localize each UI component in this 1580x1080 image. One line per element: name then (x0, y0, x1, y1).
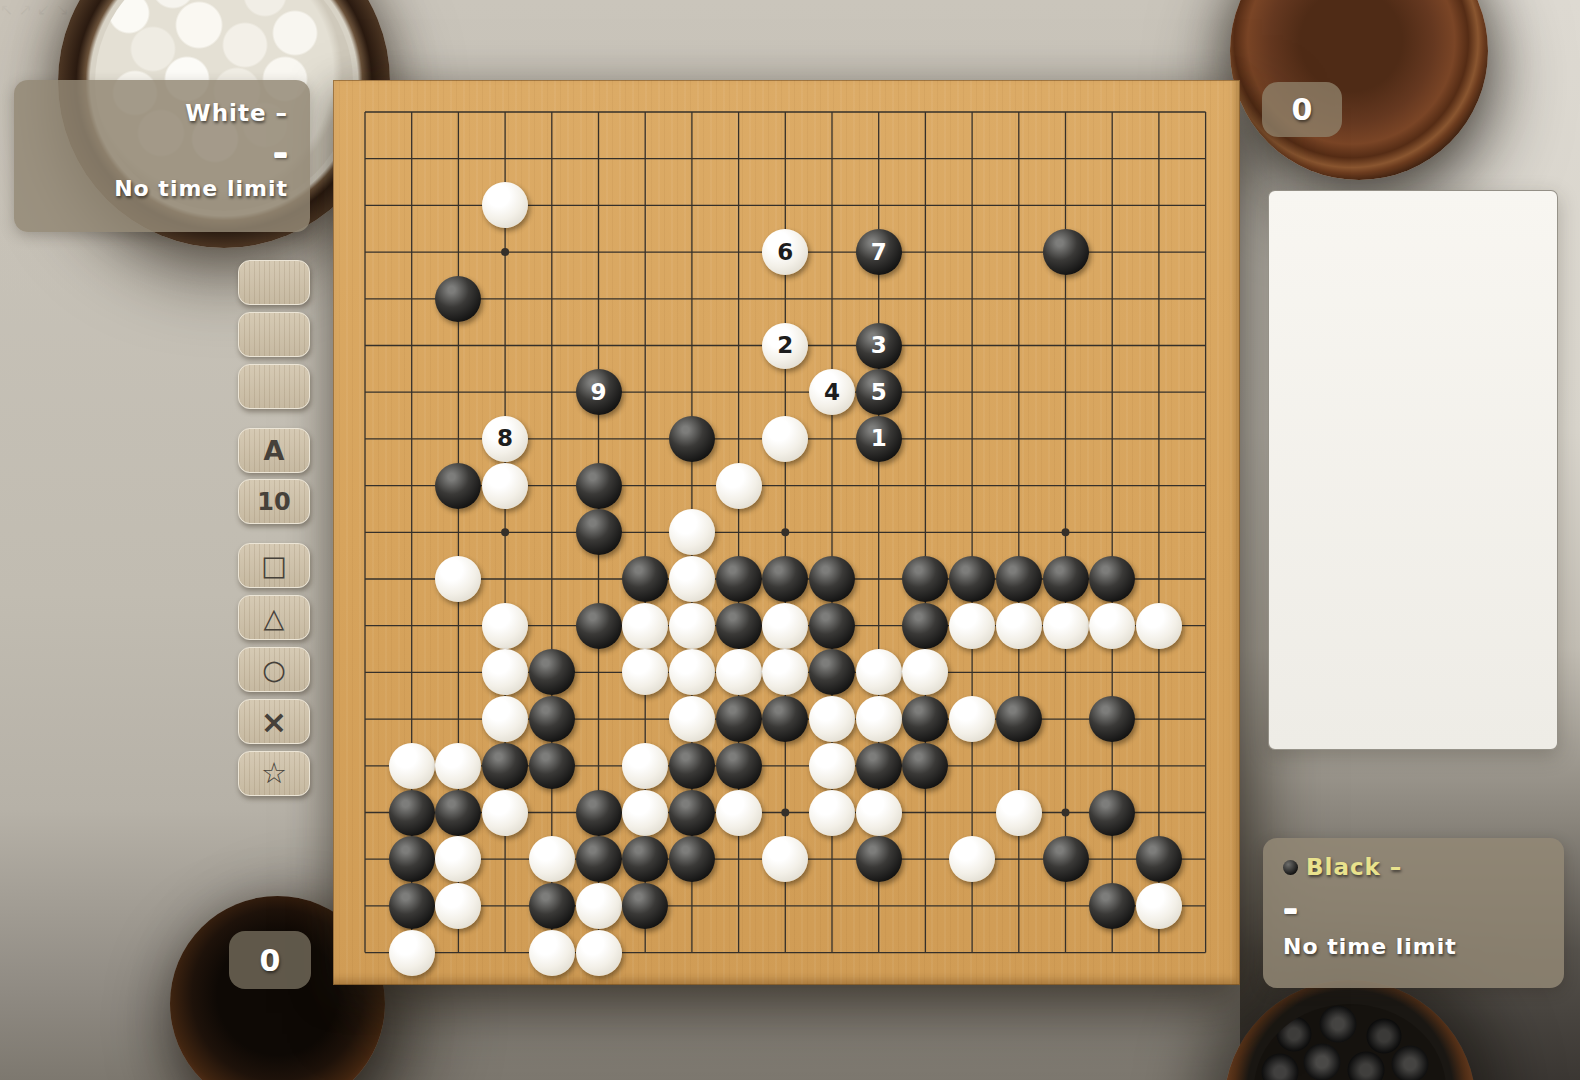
black-stone (716, 603, 762, 649)
white-stone (622, 603, 668, 649)
circle-icon: ○ (262, 656, 286, 683)
move-number-label: 5 (871, 381, 887, 404)
black-stone (856, 743, 902, 789)
white-stone (856, 696, 902, 742)
black-stone (1136, 836, 1182, 882)
white-stone (809, 696, 855, 742)
move-number-label: 6 (777, 241, 793, 264)
black-stone (1043, 556, 1089, 602)
black-stone (576, 790, 622, 836)
white-stone (949, 836, 995, 882)
white-stone (1089, 603, 1135, 649)
black-stone (482, 743, 528, 789)
black-stone (762, 556, 808, 602)
white-stone (576, 883, 622, 929)
label-tool-button[interactable]: A (238, 428, 310, 473)
move-number-label: 2 (777, 334, 793, 357)
circle-tool-button[interactable]: ○ (238, 647, 310, 692)
white-stone (996, 790, 1042, 836)
white-stone (996, 603, 1042, 649)
black-stone (669, 836, 715, 882)
black-stone (902, 743, 948, 789)
black-stone (856, 836, 902, 882)
black-stone (576, 509, 622, 555)
black-stone (1043, 836, 1089, 882)
black-stone (809, 603, 855, 649)
black-stone: 5 (856, 369, 902, 415)
black-stone (1043, 229, 1089, 275)
triangle-tool-button[interactable]: △ (238, 595, 310, 640)
black-stone (389, 790, 435, 836)
black-stone (435, 276, 481, 322)
white-player-name: White – (36, 100, 288, 126)
white-stone (949, 696, 995, 742)
white-stone (1136, 883, 1182, 929)
black-stone (1089, 790, 1135, 836)
black-stone (1089, 883, 1135, 929)
black-stone (622, 883, 668, 929)
white-stone (949, 603, 995, 649)
white-stone (856, 649, 902, 695)
white-stone (809, 790, 855, 836)
white-stone (762, 603, 808, 649)
black-player-name: Black – (1306, 854, 1402, 880)
white-stone (716, 790, 762, 836)
white-stone (716, 649, 762, 695)
black-time-limit: No time limit (1283, 934, 1544, 959)
black-stone (576, 836, 622, 882)
black-stone (529, 649, 575, 695)
black-stone (389, 883, 435, 929)
white-stone (669, 696, 715, 742)
play-stone-tool-button[interactable] (238, 260, 310, 305)
move-number-label: 4 (824, 381, 840, 404)
white-stone: 8 (482, 416, 528, 462)
black-stone (809, 556, 855, 602)
move-number-label: 7 (871, 241, 887, 264)
black-stone (996, 696, 1042, 742)
square-tool-button[interactable]: □ (238, 543, 310, 588)
white-stone (762, 416, 808, 462)
white-stone (482, 790, 528, 836)
black-stone (435, 463, 481, 509)
white-stone (576, 930, 622, 976)
black-stone (1089, 556, 1135, 602)
black-stone (622, 556, 668, 602)
black-stone (669, 790, 715, 836)
go-app-window: 672394581 White – – No time limit Black … (0, 0, 1580, 1080)
cross-icon: × (261, 706, 288, 738)
move-number-label: 3 (871, 334, 887, 357)
white-stone (435, 883, 481, 929)
black-stone (669, 743, 715, 789)
label-tool-letter: A (264, 437, 285, 464)
white-stone (669, 556, 715, 602)
black-stone (996, 556, 1042, 602)
white-stone (389, 743, 435, 789)
black-stone (435, 790, 481, 836)
black-stone: 3 (856, 323, 902, 369)
white-stone (482, 603, 528, 649)
white-stone: 2 (762, 323, 808, 369)
black-stone (576, 463, 622, 509)
black-stone (576, 603, 622, 649)
square-icon: □ (261, 552, 287, 579)
black-stone (949, 556, 995, 602)
black-bowl-stones (1254, 1004, 1446, 1080)
white-stone (529, 930, 575, 976)
black-stone (716, 743, 762, 789)
move-number-label: 1 (871, 427, 887, 450)
edit-stones-tool-button[interactable] (238, 312, 310, 357)
white-stone (622, 790, 668, 836)
black-stone (529, 883, 575, 929)
move-number-label: 8 (497, 427, 513, 450)
white-stone (669, 649, 715, 695)
number-tool-value: 10 (257, 490, 290, 514)
star-tool-button[interactable]: ☆ (238, 751, 310, 796)
black-stone: 7 (856, 229, 902, 275)
white-stone (482, 463, 528, 509)
white-stone (389, 930, 435, 976)
white-time-limit: No time limit (36, 176, 288, 201)
black-stone: 1 (856, 416, 902, 462)
cross-tool-button[interactable]: × (238, 699, 310, 744)
star-icon: ☆ (261, 759, 287, 788)
black-stone (902, 603, 948, 649)
triangle-icon: △ (264, 604, 285, 631)
white-stone (482, 696, 528, 742)
black-stone (716, 556, 762, 602)
white-player-card: White – – No time limit (14, 80, 310, 232)
white-stone (716, 463, 762, 509)
game-info-panel[interactable] (1268, 190, 1558, 750)
black-stone (529, 696, 575, 742)
black-stone (389, 836, 435, 882)
number-tool-button[interactable]: 10 (238, 479, 310, 524)
white-stone (669, 509, 715, 555)
white-stone (809, 743, 855, 789)
white-captures-count: 0 (1262, 82, 1342, 137)
white-stone (856, 790, 902, 836)
white-stone: 4 (809, 369, 855, 415)
black-stone (529, 743, 575, 789)
white-stone (1136, 603, 1182, 649)
white-stone (529, 836, 575, 882)
black-stone-icon (1283, 860, 1298, 875)
move-number-label: 9 (590, 381, 606, 404)
black-stone: 9 (576, 369, 622, 415)
black-player-card: Black – – No time limit (1263, 838, 1564, 988)
white-stone (1043, 603, 1089, 649)
black-stone (716, 696, 762, 742)
black-stone (669, 416, 715, 462)
white-stone (622, 743, 668, 789)
white-stone (435, 743, 481, 789)
alternate-tool-button[interactable] (238, 364, 310, 409)
white-player-score: – (36, 148, 288, 158)
white-stone (669, 603, 715, 649)
go-board[interactable]: 672394581 (333, 80, 1240, 985)
black-stone (1089, 696, 1135, 742)
black-captures-count: 0 (229, 931, 311, 989)
black-player-score: – (1283, 904, 1544, 914)
